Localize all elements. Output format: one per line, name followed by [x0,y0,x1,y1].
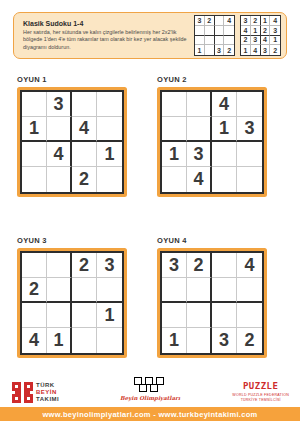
game-1-frame: 314412 [17,87,127,197]
sudoku-cell-given: 2 [72,167,97,192]
sudoku-cell-empty [205,45,215,55]
game-3: OYUN 3 232141 [17,236,127,358]
game-3-frame: 232141 [17,248,127,358]
sudoku-cell-empty [47,278,72,303]
sudoku-cell-given: 4 [212,92,237,117]
turk-beyin-takimi-text: TÜRK BEYİN TAKIMI [36,382,59,402]
sudoku-cell-given: 3 [162,253,187,278]
wpf-logo-text: PUZZLE [232,382,289,391]
game-2: OYUN 2 413134 [157,75,267,197]
tbt-line-3: TAKIMI [36,396,59,403]
game-2-frame: 413134 [157,87,267,197]
sudoku-cell-given: 2 [224,45,234,55]
sudoku-cell-given: 4 [224,16,234,26]
sudoku-cell-given: 1 [251,26,261,36]
sudoku-cell-empty [22,303,47,328]
sudoku-cell-given: 1 [97,142,122,167]
sudoku-cell-empty [22,142,47,167]
sudoku-cell-given: 3 [47,92,72,117]
sudoku-cell-given: 1 [162,328,187,353]
sudoku-cell-empty [72,328,97,353]
sudoku-cell-given: 3 [215,45,225,55]
sudoku-cell-empty [22,167,47,192]
sudoku-cell-given: 1 [212,117,237,142]
sudoku-cell-given: 1 [270,36,280,46]
sudoku-cell-empty [162,117,187,142]
game-1-label: OYUN 1 [17,75,127,84]
rules-text-block: Klasik Sudoku 1-4 Her satırda, her sütun… [23,20,188,50]
sudoku-cell-empty [97,167,122,192]
sudoku-cell-empty [212,278,237,303]
sudoku-cell-empty [72,278,97,303]
sudoku-cell-empty [224,36,234,46]
example-grids: 324132 3214412323411432 [194,15,281,56]
website-url-bar: www.beyinolimpiyatlari.com - www.turkbey… [0,407,300,421]
page-title: Klasik Sudoku 1-4 [23,20,188,27]
sudoku-cell-empty [195,36,205,46]
sudoku-cell-given: 3 [195,16,205,26]
sudoku-cell-given: 1 [97,303,122,328]
sudoku-cell-empty [212,167,237,192]
game-3-label: OYUN 3 [17,236,127,245]
game-4: OYUN 4 324132 [157,236,267,358]
olympic-squares-icon [134,377,167,393]
game-4-board: 324132 [160,251,264,355]
sudoku-cell-empty [187,303,212,328]
sudoku-cell-empty [97,278,122,303]
sudoku-cell-empty [97,117,122,142]
sudoku-cell-empty [72,142,97,167]
sudoku-cell-empty [72,92,97,117]
sudoku-cell-given: 2 [251,16,261,26]
sudoku-cell-empty [187,278,212,303]
sudoku-cell-empty [205,36,215,46]
sudoku-cell-given: 3 [270,26,280,36]
tbt-line-1: TÜRK [36,382,59,389]
sudoku-cell-empty [47,167,72,192]
wpf-caption-1: WORLD PUZZLE FEDERATION [232,393,289,397]
wpf-caption-2: TÜRKİYE TEMSİLCİSİ [232,398,289,402]
sudoku-cell-empty [237,167,262,192]
sudoku-cell-given: 3 [97,253,122,278]
sudoku-cell-given: 4 [72,117,97,142]
beyin-olimpiyatlari-text: Beyin Olimpiyatları [120,395,180,401]
sudoku-cell-empty [47,117,72,142]
sudoku-cell-empty [162,92,187,117]
turk-beyin-takimi-logo: TÜRK BEYİN TAKIMI [12,382,59,403]
game-2-board: 413134 [160,90,264,194]
sudoku-cell-given: 3 [237,117,262,142]
game-1: OYUN 1 314412 [17,75,127,197]
sudoku-cell-empty [187,117,212,142]
rules-description: Her satırda, her sütunda ve kalın çizgil… [23,29,188,50]
example-solution-grid: 3214412323411432 [240,15,281,56]
sudoku-cell-empty [205,26,215,36]
sudoku-cell-empty [162,278,187,303]
sudoku-cell-given: 3 [187,142,212,167]
sudoku-cell-given: 2 [205,16,215,26]
sudoku-cell-given: 2 [22,278,47,303]
sudoku-cell-empty [237,303,262,328]
sudoku-cell-given: 3 [241,16,251,26]
sudoku-cell-empty [187,328,212,353]
tbt-line-2: BEYİN [36,389,59,396]
sudoku-cell-empty [187,92,212,117]
sudoku-cell-empty [97,328,122,353]
sudoku-cell-empty [215,36,225,46]
sudoku-cell-given: 2 [237,328,262,353]
sudoku-cell-given: 1 [162,142,187,167]
sudoku-cell-empty [162,167,187,192]
game-4-label: OYUN 4 [157,236,267,245]
sudoku-cell-empty [47,303,72,328]
wpf-turkiye-logo: PUZZLE WORLD PUZZLE FEDERATION TÜRKİYE T… [232,382,289,403]
sudoku-cell-given: 1 [47,328,72,353]
sudoku-cell-given: 2 [261,26,271,36]
sudoku-cell-given: 1 [261,16,271,26]
sudoku-cell-given: 4 [187,167,212,192]
sudoku-cell-empty [237,92,262,117]
brain-pixel-icon [12,382,33,403]
sudoku-cell-empty [212,253,237,278]
sudoku-cell-empty [97,92,122,117]
sudoku-cell-given: 3 [261,45,271,55]
sudoku-cell-given: 4 [270,16,280,26]
sudoku-cell-given: 1 [195,45,205,55]
sudoku-cell-empty [22,92,47,117]
sudoku-cell-empty [224,26,234,36]
sudoku-cell-empty [212,303,237,328]
sudoku-cell-empty [162,303,187,328]
game-3-board: 232141 [20,251,124,355]
sudoku-cell-given: 2 [241,36,251,46]
sudoku-cell-empty [212,142,237,167]
game-1-board: 314412 [20,90,124,194]
sudoku-cell-empty [215,26,225,36]
sudoku-cell-empty [237,142,262,167]
sudoku-cell-empty [215,16,225,26]
sudoku-cell-given: 3 [212,328,237,353]
game-2-label: OYUN 2 [157,75,267,84]
sudoku-cell-given: 4 [261,36,271,46]
sudoku-cell-given: 4 [251,45,261,55]
sudoku-cell-empty [195,26,205,36]
sudoku-cell-given: 4 [237,253,262,278]
sudoku-cell-given: 4 [47,142,72,167]
sudoku-cell-given: 1 [241,45,251,55]
sudoku-cell-given: 2 [187,253,212,278]
sudoku-cell-given: 2 [72,253,97,278]
sudoku-cell-empty [237,278,262,303]
sudoku-cell-empty [22,253,47,278]
sudoku-cell-given: 4 [22,328,47,353]
sudoku-cell-empty [47,253,72,278]
sudoku-cell-given: 1 [22,117,47,142]
sudoku-cell-given: 3 [251,36,261,46]
sudoku-cell-empty [72,303,97,328]
game-4-frame: 324132 [157,248,267,358]
sudoku-cell-given: 2 [270,45,280,55]
sudoku-cell-given: 4 [241,26,251,36]
example-puzzle-grid: 324132 [194,15,235,56]
rules-panel: Klasik Sudoku 1-4 Her satırda, her sütun… [13,12,287,59]
